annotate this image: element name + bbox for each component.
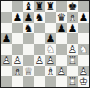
square-g4[interactable]: ♟♙ <box>67 44 78 55</box>
square-f1[interactable] <box>56 76 67 87</box>
piece-white-pawn-fill: ♟ <box>67 44 78 55</box>
square-f5[interactable] <box>56 33 67 44</box>
square-a6[interactable] <box>1 23 12 34</box>
piece-white-knight-fill: ♞ <box>45 44 56 55</box>
piece-white-king: ♔ <box>78 76 89 87</box>
square-a8[interactable] <box>1 1 12 12</box>
chess-board: ♝♜♜♚♟♟♞♛♝♗♟♞♟♟♟♟♞♘♟♙♞♘♟♙♟♙♟♙♟♙♜♖♝♗♛♕♝♗♟♙… <box>1 1 89 87</box>
piece-black-pawn: ♟ <box>56 23 67 34</box>
piece-white-pawn: ♙ <box>67 44 78 55</box>
piece-black-pawn: ♟ <box>23 12 34 23</box>
square-f7[interactable]: ♛ <box>56 12 67 23</box>
piece-white-knight: ♘ <box>45 44 56 55</box>
piece-black-knight: ♞ <box>34 12 45 23</box>
square-f6[interactable]: ♟ <box>56 23 67 34</box>
piece-white-queen: ♕ <box>23 66 34 77</box>
piece-white-pawn: ♙ <box>45 55 56 66</box>
square-b5[interactable] <box>12 33 23 44</box>
piece-white-rook: ♖ <box>67 55 78 66</box>
square-a3[interactable]: ♟♙ <box>1 55 12 66</box>
piece-white-bishop: ♗ <box>67 12 78 23</box>
piece-white-pawn: ♙ <box>12 55 23 66</box>
piece-white-pawn-fill: ♟ <box>78 66 89 77</box>
square-g7[interactable]: ♝♗ <box>67 12 78 23</box>
piece-black-pawn: ♟ <box>12 12 23 23</box>
square-a7[interactable] <box>1 12 12 23</box>
piece-black-knight: ♞ <box>23 23 34 34</box>
square-d4[interactable] <box>34 44 45 55</box>
square-h2[interactable]: ♟♙ <box>78 66 89 77</box>
board-frame: ♝♜♜♚♟♟♞♛♝♗♟♞♟♟♟♟♞♘♟♙♞♘♟♙♟♙♟♙♟♙♜♖♝♗♛♕♝♗♟♙… <box>0 0 90 88</box>
piece-black-bishop: ♝ <box>23 1 34 12</box>
square-c8[interactable]: ♝ <box>23 1 34 12</box>
piece-white-pawn-fill: ♟ <box>34 55 45 66</box>
square-b7[interactable]: ♟ <box>12 12 23 23</box>
square-a4[interactable] <box>1 44 12 55</box>
piece-black-pawn: ♟ <box>78 12 89 23</box>
square-b8[interactable] <box>12 1 23 12</box>
piece-white-rook: ♖ <box>67 76 78 87</box>
square-d6[interactable] <box>34 23 45 34</box>
square-e7[interactable] <box>45 12 56 23</box>
square-d1[interactable] <box>34 76 45 87</box>
piece-white-pawn-fill: ♟ <box>12 55 23 66</box>
piece-white-rook-fill: ♜ <box>67 55 78 66</box>
square-h5[interactable] <box>78 33 89 44</box>
square-c7[interactable]: ♟ <box>23 12 34 23</box>
square-g6[interactable]: ♟ <box>67 23 78 34</box>
square-a2[interactable] <box>1 66 12 77</box>
square-a5[interactable]: ♟ <box>1 33 12 44</box>
piece-white-knight: ♘ <box>78 44 89 55</box>
square-d7[interactable]: ♞ <box>34 12 45 23</box>
square-e8[interactable]: ♜ <box>45 1 56 12</box>
square-b6[interactable] <box>12 23 23 34</box>
square-f4[interactable] <box>56 44 67 55</box>
square-d5[interactable] <box>34 33 45 44</box>
square-e4[interactable]: ♞♘ <box>45 44 56 55</box>
square-e2[interactable]: ♝♗ <box>45 66 56 77</box>
square-d8[interactable]: ♜ <box>34 1 45 12</box>
square-h6[interactable] <box>78 23 89 34</box>
square-h4[interactable]: ♞♘ <box>78 44 89 55</box>
square-c4[interactable] <box>23 44 34 55</box>
square-f2[interactable]: ♟♙ <box>56 66 67 77</box>
square-f3[interactable] <box>56 55 67 66</box>
piece-white-bishop: ♗ <box>45 66 56 77</box>
square-b1[interactable] <box>12 76 23 87</box>
piece-white-knight-fill: ♞ <box>78 44 89 55</box>
square-d2[interactable] <box>34 66 45 77</box>
piece-white-queen-fill: ♛ <box>23 66 34 77</box>
square-c6[interactable]: ♞ <box>23 23 34 34</box>
square-h1[interactable]: ♚♔ <box>78 76 89 87</box>
square-h8[interactable] <box>78 1 89 12</box>
square-f8[interactable] <box>56 1 67 12</box>
square-h3[interactable] <box>78 55 89 66</box>
piece-white-king-fill: ♚ <box>78 76 89 87</box>
square-e6[interactable] <box>45 23 56 34</box>
piece-white-bishop-fill: ♝ <box>45 66 56 77</box>
square-g3[interactable]: ♜♖ <box>67 55 78 66</box>
piece-white-rook-fill: ♜ <box>67 76 78 87</box>
square-b3[interactable]: ♟♙ <box>12 55 23 66</box>
square-g8[interactable]: ♚ <box>67 1 78 12</box>
square-e5[interactable]: ♟ <box>45 33 56 44</box>
piece-black-king: ♚ <box>67 1 78 12</box>
piece-black-pawn: ♟ <box>45 33 56 44</box>
piece-white-pawn: ♙ <box>34 55 45 66</box>
square-e3[interactable]: ♟♙ <box>45 55 56 66</box>
square-g2[interactable] <box>67 66 78 77</box>
square-e1[interactable] <box>45 76 56 87</box>
square-d3[interactable]: ♟♙ <box>34 55 45 66</box>
square-c5[interactable] <box>23 33 34 44</box>
piece-white-bishop-fill: ♝ <box>12 66 23 77</box>
piece-black-pawn: ♟ <box>67 23 78 34</box>
square-c3[interactable] <box>23 55 34 66</box>
piece-white-pawn-fill: ♟ <box>56 66 67 77</box>
piece-white-bishop-fill: ♝ <box>67 12 78 23</box>
piece-white-pawn: ♙ <box>1 55 12 66</box>
square-g5[interactable] <box>67 33 78 44</box>
square-c1[interactable] <box>23 76 34 87</box>
square-a1[interactable] <box>1 76 12 87</box>
piece-black-rook: ♜ <box>45 1 56 12</box>
square-g1[interactable]: ♜♖ <box>67 76 78 87</box>
piece-black-rook: ♜ <box>34 1 45 12</box>
piece-black-pawn: ♟ <box>1 33 12 44</box>
square-b2[interactable]: ♝♗ <box>12 66 23 77</box>
piece-black-queen: ♛ <box>56 12 67 23</box>
piece-white-pawn-fill: ♟ <box>1 55 12 66</box>
square-c2[interactable]: ♛♕ <box>23 66 34 77</box>
piece-white-pawn-fill: ♟ <box>45 55 56 66</box>
piece-white-pawn: ♙ <box>78 66 89 77</box>
square-h7[interactable]: ♟ <box>78 12 89 23</box>
piece-white-pawn: ♙ <box>56 66 67 77</box>
piece-white-bishop: ♗ <box>12 66 23 77</box>
square-b4[interactable] <box>12 44 23 55</box>
